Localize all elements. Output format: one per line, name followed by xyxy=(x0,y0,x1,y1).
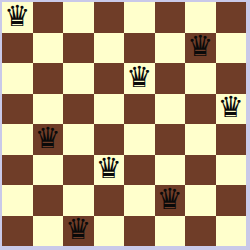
square-d1[interactable] xyxy=(94,216,125,247)
black-queen-piece[interactable]: ♛ xyxy=(187,32,213,61)
square-e3[interactable] xyxy=(124,155,155,186)
square-b7[interactable] xyxy=(33,33,64,64)
square-d8[interactable] xyxy=(94,2,125,33)
square-b5[interactable] xyxy=(33,94,64,125)
square-f6[interactable] xyxy=(155,63,186,94)
square-a4[interactable] xyxy=(2,124,33,155)
square-f8[interactable] xyxy=(155,2,186,33)
black-queen-piece[interactable]: ♛ xyxy=(96,154,122,183)
square-h5[interactable]: ♛ xyxy=(216,94,247,125)
square-d2[interactable] xyxy=(94,185,125,216)
square-e5[interactable] xyxy=(124,94,155,125)
square-d5[interactable] xyxy=(94,94,125,125)
square-g5[interactable] xyxy=(185,94,216,125)
square-e4[interactable] xyxy=(124,124,155,155)
square-d6[interactable] xyxy=(94,63,125,94)
square-e7[interactable] xyxy=(124,33,155,64)
square-g3[interactable] xyxy=(185,155,216,186)
square-h1[interactable] xyxy=(216,216,247,247)
square-h7[interactable] xyxy=(216,33,247,64)
square-d7[interactable] xyxy=(94,33,125,64)
square-b8[interactable] xyxy=(33,2,64,33)
square-b4[interactable]: ♛ xyxy=(33,124,64,155)
square-e2[interactable] xyxy=(124,185,155,216)
square-f2[interactable]: ♛ xyxy=(155,185,186,216)
square-b1[interactable] xyxy=(33,216,64,247)
square-g4[interactable] xyxy=(185,124,216,155)
square-c8[interactable] xyxy=(63,2,94,33)
square-g1[interactable] xyxy=(185,216,216,247)
square-f7[interactable] xyxy=(155,33,186,64)
black-queen-piece[interactable]: ♛ xyxy=(4,2,30,31)
black-queen-piece[interactable]: ♛ xyxy=(218,93,244,122)
square-b3[interactable] xyxy=(33,155,64,186)
square-a6[interactable] xyxy=(2,63,33,94)
square-b6[interactable] xyxy=(33,63,64,94)
square-a1[interactable] xyxy=(2,216,33,247)
square-c7[interactable] xyxy=(63,33,94,64)
square-h6[interactable] xyxy=(216,63,247,94)
square-a3[interactable] xyxy=(2,155,33,186)
square-c2[interactable] xyxy=(63,185,94,216)
square-d4[interactable] xyxy=(94,124,125,155)
square-f5[interactable] xyxy=(155,94,186,125)
square-c3[interactable] xyxy=(63,155,94,186)
square-h2[interactable] xyxy=(216,185,247,216)
square-e1[interactable] xyxy=(124,216,155,247)
chessboard: ♛♛♛♛♛♛♛♛ xyxy=(2,2,246,246)
square-h3[interactable] xyxy=(216,155,247,186)
square-h8[interactable] xyxy=(216,2,247,33)
square-c4[interactable] xyxy=(63,124,94,155)
square-f1[interactable] xyxy=(155,216,186,247)
square-a5[interactable] xyxy=(2,94,33,125)
black-queen-piece[interactable]: ♛ xyxy=(126,63,152,92)
black-queen-piece[interactable]: ♛ xyxy=(65,215,91,244)
square-g6[interactable] xyxy=(185,63,216,94)
square-g2[interactable] xyxy=(185,185,216,216)
square-d3[interactable]: ♛ xyxy=(94,155,125,186)
square-a8[interactable]: ♛ xyxy=(2,2,33,33)
square-c6[interactable] xyxy=(63,63,94,94)
square-a2[interactable] xyxy=(2,185,33,216)
black-queen-piece[interactable]: ♛ xyxy=(157,185,183,214)
square-g8[interactable] xyxy=(185,2,216,33)
square-c1[interactable]: ♛ xyxy=(63,216,94,247)
square-b2[interactable] xyxy=(33,185,64,216)
square-g7[interactable]: ♛ xyxy=(185,33,216,64)
square-c5[interactable] xyxy=(63,94,94,125)
black-queen-piece[interactable]: ♛ xyxy=(35,124,61,153)
square-f3[interactable] xyxy=(155,155,186,186)
square-h4[interactable] xyxy=(216,124,247,155)
square-e8[interactable] xyxy=(124,2,155,33)
square-f4[interactable] xyxy=(155,124,186,155)
square-e6[interactable]: ♛ xyxy=(124,63,155,94)
square-a7[interactable] xyxy=(2,33,33,64)
chessboard-frame: ♛♛♛♛♛♛♛♛ xyxy=(0,0,250,250)
